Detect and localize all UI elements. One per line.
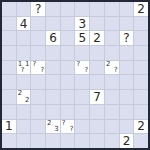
cell-r3c8[interactable]	[120, 46, 134, 60]
cell-r6c6: 7	[90, 90, 104, 104]
clue-value: 2	[123, 135, 131, 147]
clue-mark-tl: ?	[32, 61, 36, 68]
cell-r3c2[interactable]	[31, 46, 45, 60]
cell-r9c1[interactable]	[17, 134, 31, 148]
cell-r4c7: 2?	[105, 61, 119, 75]
cell-r5c8[interactable]	[120, 75, 134, 89]
clue-value: 7	[93, 91, 101, 103]
cell-r9c0[interactable]	[2, 134, 16, 148]
cell-r2c3: 6	[46, 31, 60, 45]
cell-r3c4[interactable]	[61, 46, 75, 60]
cell-r8c9: 2	[134, 120, 148, 134]
cell-r6c7[interactable]	[105, 90, 119, 104]
cell-r5c9[interactable]	[134, 75, 148, 89]
cell-r1c1: 4	[17, 17, 31, 31]
cell-r0c4[interactable]	[61, 2, 75, 16]
cell-r2c1[interactable]	[17, 31, 31, 45]
cell-r7c9[interactable]	[134, 105, 148, 119]
cell-r1c6[interactable]	[90, 17, 104, 31]
cell-r2c8: ?	[120, 31, 134, 45]
cell-r4c4[interactable]	[61, 61, 75, 75]
cell-r7c7[interactable]	[105, 105, 119, 119]
clue-value: 6	[49, 32, 57, 44]
cell-r0c1[interactable]	[17, 2, 31, 16]
cell-r2c9[interactable]	[134, 31, 148, 45]
cell-r8c6[interactable]	[90, 120, 104, 134]
clue-mark-br: 3	[54, 126, 58, 133]
cell-r8c3: 23	[46, 120, 60, 134]
cell-r7c1[interactable]	[17, 105, 31, 119]
clue-mark-br: ?	[40, 67, 44, 74]
clue-value: 2	[137, 120, 145, 132]
cell-r5c3[interactable]	[46, 75, 60, 89]
cell-r1c0[interactable]	[2, 17, 16, 31]
cell-r7c0[interactable]	[2, 105, 16, 119]
cell-r5c1[interactable]	[17, 75, 31, 89]
cell-r8c4: ??	[61, 120, 75, 134]
clue-mark-tl: ?	[62, 120, 66, 127]
cell-r9c4[interactable]	[61, 134, 75, 148]
cell-r6c5[interactable]	[75, 90, 89, 104]
cell-r4c9[interactable]	[134, 61, 148, 75]
clue-mark-br: ?	[70, 126, 74, 133]
cell-r4c8[interactable]	[120, 61, 134, 75]
cell-r5c2[interactable]	[31, 75, 45, 89]
cell-r8c8[interactable]	[120, 120, 134, 134]
cell-r1c3[interactable]	[46, 17, 60, 31]
cell-r6c0[interactable]	[2, 90, 16, 104]
cell-r4c6[interactable]	[90, 61, 104, 75]
cell-r9c6[interactable]	[90, 134, 104, 148]
clue-value: 2	[137, 3, 145, 15]
cell-r0c7[interactable]	[105, 2, 119, 16]
clue-mark-tl: ?	[76, 61, 80, 68]
cell-r9c5[interactable]	[75, 134, 89, 148]
cell-r4c3[interactable]	[46, 61, 60, 75]
cell-r1c5: 3	[75, 17, 89, 31]
cell-r0c3[interactable]	[46, 2, 60, 16]
clue-mark-br: ?	[84, 67, 88, 74]
cell-r9c7[interactable]	[105, 134, 119, 148]
cell-r0c9: 2	[134, 2, 148, 16]
cell-r1c8[interactable]	[120, 17, 134, 31]
cell-r8c2[interactable]	[31, 120, 45, 134]
clue-value: 1	[5, 120, 13, 132]
cell-r6c4[interactable]	[61, 90, 75, 104]
clue-value: 2	[93, 32, 101, 44]
cell-r2c0[interactable]	[2, 31, 16, 45]
cell-r8c0: 1	[2, 120, 16, 134]
cell-r8c5[interactable]	[75, 120, 89, 134]
cell-r3c3[interactable]	[46, 46, 60, 60]
cell-r7c6[interactable]	[90, 105, 104, 119]
cell-r0c2: ?	[31, 2, 45, 16]
cell-r8c1[interactable]	[17, 120, 31, 134]
cell-r4c5: ??	[75, 61, 89, 75]
clue-mark-br: ?	[114, 67, 118, 74]
cell-r9c3[interactable]	[46, 134, 60, 148]
cell-r7c2[interactable]	[31, 105, 45, 119]
cell-r3c0[interactable]	[2, 46, 16, 60]
cell-r2c5: 5	[75, 31, 89, 45]
cell-r2c4[interactable]	[61, 31, 75, 45]
clue-value: 3	[79, 18, 87, 30]
cell-r1c2[interactable]	[31, 17, 45, 31]
cell-r0c5[interactable]	[75, 2, 89, 16]
clue-mark-tl: 2	[18, 90, 22, 97]
cell-r7c3[interactable]	[46, 105, 60, 119]
clue-value: 5	[79, 32, 87, 44]
cell-r7c4[interactable]	[61, 105, 75, 119]
cell-r0c8[interactable]	[120, 2, 134, 16]
clue-mark-tl: 2	[47, 120, 51, 127]
clue-mark-br: 2	[25, 97, 29, 104]
cell-r6c8[interactable]	[120, 90, 134, 104]
cell-r6c1: 22	[17, 90, 31, 104]
cell-r6c3[interactable]	[46, 90, 60, 104]
cell-r9c9[interactable]	[134, 134, 148, 148]
cell-r0c6[interactable]	[90, 2, 104, 16]
cell-r5c0[interactable]	[2, 75, 16, 89]
cell-r1c7[interactable]	[105, 17, 119, 31]
cell-r1c9[interactable]	[134, 17, 148, 31]
cell-r3c7[interactable]	[105, 46, 119, 60]
clue-mark-tl: 2	[106, 61, 110, 68]
cell-r8c7[interactable]	[105, 120, 119, 134]
cell-r6c2[interactable]	[31, 90, 45, 104]
clue-mark-bm: ?	[21, 67, 25, 74]
cell-r2c7[interactable]	[105, 31, 119, 45]
cell-r3c9[interactable]	[134, 46, 148, 60]
cell-r7c5[interactable]	[75, 105, 89, 119]
cell-r5c4[interactable]	[61, 75, 75, 89]
cell-r7c8[interactable]	[120, 105, 134, 119]
cell-r2c2[interactable]	[31, 31, 45, 45]
clue-value: ?	[123, 32, 129, 44]
cell-r6c9[interactable]	[134, 90, 148, 104]
cell-r4c2: ??	[31, 61, 45, 75]
cell-r4c1: 11?	[17, 61, 31, 75]
cell-r4c0[interactable]	[2, 61, 16, 75]
clue-mark-tr: 1	[25, 61, 29, 68]
minesweeper-board: ?243652?11?????2?227123??22	[0, 0, 150, 150]
cell-r3c6[interactable]	[90, 46, 104, 60]
cell-r9c8: 2	[120, 134, 134, 148]
cell-r9c2[interactable]	[31, 134, 45, 148]
clue-value: 4	[20, 18, 28, 30]
cell-r3c1[interactable]	[17, 46, 31, 60]
cell-r1c4[interactable]	[61, 17, 75, 31]
cell-r5c6[interactable]	[90, 75, 104, 89]
cell-r0c0[interactable]	[2, 2, 16, 16]
cell-r3c5[interactable]	[75, 46, 89, 60]
cell-r5c5[interactable]	[75, 75, 89, 89]
cell-r5c7[interactable]	[105, 75, 119, 89]
cell-r2c6: 2	[90, 31, 104, 45]
clue-value: ?	[35, 3, 41, 15]
